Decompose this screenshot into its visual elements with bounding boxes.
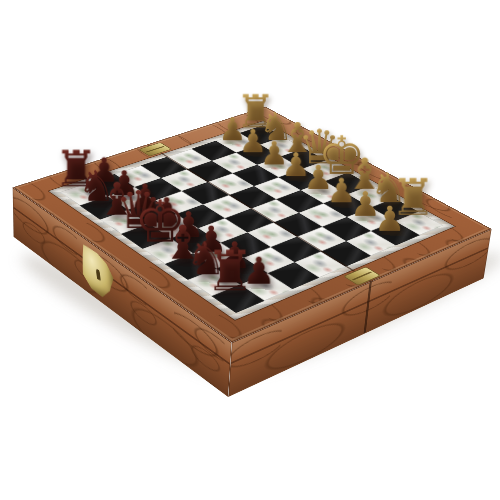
- square-g4[interactable]: [297, 227, 346, 252]
- box-halves-split-seam: [364, 282, 372, 333]
- chess-box: ♜♟♞♟♝♟♛♟♚♟♝♟♟♞♜♟♟♜♞♟♟♝♟♛♟♚♟♝♟♞♟♜: [13, 107, 492, 343]
- keyhole: [96, 268, 101, 280]
- photo-canvas: ♜♟♞♟♝♟♛♟♚♟♝♟♟♞♜♟♟♜♞♟♟♝♟♛♟♚♟♝♟♞♟♜: [0, 0, 500, 500]
- square-h5[interactable]: [295, 252, 346, 278]
- piece-white-pawn[interactable]: ♟: [353, 158, 427, 236]
- square-h4[interactable]: [321, 241, 371, 267]
- chess-set: ♜♟♞♟♝♟♛♟♚♟♝♟♟♞♜♟♟♜♞♟♟♝♟♛♟♚♟♝♟♞♟♜: [0, 0, 500, 500]
- piece-black-rook[interactable]: ♜: [190, 214, 270, 298]
